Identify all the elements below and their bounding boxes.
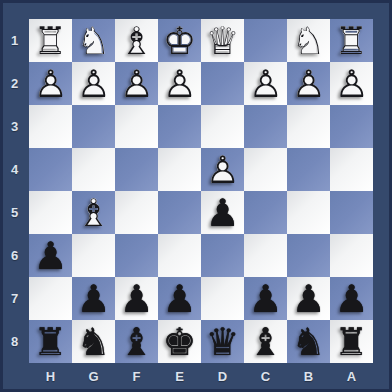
square-a4	[330, 148, 373, 191]
rank-label-3: 3	[0, 105, 29, 148]
square-h2: ♟♙	[29, 62, 72, 105]
file-label-d: D	[201, 363, 244, 392]
white-pawn: ♟♙	[29, 62, 72, 105]
rank-label-5: 5	[0, 191, 29, 234]
square-f1: ♝♗	[115, 19, 158, 62]
square-d1: ♛♕	[201, 19, 244, 62]
black-bishop: ♝	[244, 320, 287, 363]
rank-label-7: 7	[0, 277, 29, 320]
file-label-f: F	[115, 363, 158, 392]
square-b8: ♞	[287, 320, 330, 363]
rank-label-2: 2	[0, 62, 29, 105]
square-e8: ♚	[158, 320, 201, 363]
square-h5	[29, 191, 72, 234]
square-a3	[330, 105, 373, 148]
square-g5: ♝♗	[72, 191, 115, 234]
white-pawn: ♟♙	[287, 62, 330, 105]
square-d6	[201, 234, 244, 277]
file-label-c: C	[244, 363, 287, 392]
white-bishop: ♝♗	[72, 191, 115, 234]
file-label-g: G	[72, 363, 115, 392]
square-d4: ♟♙	[201, 148, 244, 191]
square-g7: ♟	[72, 277, 115, 320]
square-g4	[72, 148, 115, 191]
white-pawn: ♟♙	[72, 62, 115, 105]
white-pawn: ♟♙	[115, 62, 158, 105]
white-knight: ♞♘	[287, 19, 330, 62]
square-e3	[158, 105, 201, 148]
square-b3	[287, 105, 330, 148]
square-c3	[244, 105, 287, 148]
black-pawn: ♟	[115, 277, 158, 320]
square-b1: ♞♘	[287, 19, 330, 62]
file-label-e: E	[158, 363, 201, 392]
square-a1: ♜♖	[330, 19, 373, 62]
white-pawn: ♟♙	[201, 148, 244, 191]
white-knight: ♞♘	[72, 19, 115, 62]
file-label-a: A	[330, 363, 373, 392]
white-bishop: ♝♗	[115, 19, 158, 62]
white-pawn: ♟♙	[330, 62, 373, 105]
square-f6	[115, 234, 158, 277]
square-c8: ♝	[244, 320, 287, 363]
square-g6	[72, 234, 115, 277]
square-c2: ♟♙	[244, 62, 287, 105]
square-e4	[158, 148, 201, 191]
square-a6	[330, 234, 373, 277]
square-d3	[201, 105, 244, 148]
square-c4	[244, 148, 287, 191]
square-a5	[330, 191, 373, 234]
board: ♜♖♞♘♝♗♚♔♛♕♞♘♜♖♟♙♟♙♟♙♟♙♟♙♟♙♟♙♟♙♝♗♟♟♟♟♟♟♟♟…	[29, 19, 373, 363]
square-b6	[287, 234, 330, 277]
rank-label-6: 6	[0, 234, 29, 277]
square-c6	[244, 234, 287, 277]
square-h1: ♜♖	[29, 19, 72, 62]
black-knight: ♞	[287, 320, 330, 363]
square-h3	[29, 105, 72, 148]
black-pawn: ♟	[72, 277, 115, 320]
square-h4	[29, 148, 72, 191]
square-g8: ♞	[72, 320, 115, 363]
black-rook: ♜	[330, 320, 373, 363]
square-h6: ♟	[29, 234, 72, 277]
square-d2	[201, 62, 244, 105]
square-g2: ♟♙	[72, 62, 115, 105]
black-pawn: ♟	[287, 277, 330, 320]
white-pawn: ♟♙	[244, 62, 287, 105]
square-c7: ♟	[244, 277, 287, 320]
black-rook: ♜	[29, 320, 72, 363]
white-pawn: ♟♙	[158, 62, 201, 105]
black-king: ♚	[158, 320, 201, 363]
white-king: ♚♔	[158, 19, 201, 62]
square-e1: ♚♔	[158, 19, 201, 62]
square-e7: ♟	[158, 277, 201, 320]
square-f8: ♝	[115, 320, 158, 363]
square-g1: ♞♘	[72, 19, 115, 62]
square-b4	[287, 148, 330, 191]
white-queen: ♛♕	[201, 19, 244, 62]
file-label-h: H	[29, 363, 72, 392]
rank-label-1: 1	[0, 19, 29, 62]
square-b5	[287, 191, 330, 234]
square-h8: ♜	[29, 320, 72, 363]
square-e5	[158, 191, 201, 234]
black-queen: ♛	[201, 320, 244, 363]
square-f7: ♟	[115, 277, 158, 320]
square-b2: ♟♙	[287, 62, 330, 105]
square-f5	[115, 191, 158, 234]
square-c1	[244, 19, 287, 62]
square-d5: ♟	[201, 191, 244, 234]
black-pawn: ♟	[244, 277, 287, 320]
square-a8: ♜	[330, 320, 373, 363]
black-bishop: ♝	[115, 320, 158, 363]
chess-diagram: ♜♖♞♘♝♗♚♔♛♕♞♘♜♖♟♙♟♙♟♙♟♙♟♙♟♙♟♙♟♙♝♗♟♟♟♟♟♟♟♟…	[0, 0, 392, 392]
white-rook: ♜♖	[330, 19, 373, 62]
square-c5	[244, 191, 287, 234]
rank-label-8: 8	[0, 320, 29, 363]
black-pawn: ♟	[29, 234, 72, 277]
square-e6	[158, 234, 201, 277]
rank-label-4: 4	[0, 148, 29, 191]
square-a2: ♟♙	[330, 62, 373, 105]
black-pawn: ♟	[158, 277, 201, 320]
square-b7: ♟	[287, 277, 330, 320]
square-g3	[72, 105, 115, 148]
black-pawn: ♟	[330, 277, 373, 320]
square-d7	[201, 277, 244, 320]
square-a7: ♟	[330, 277, 373, 320]
square-h7	[29, 277, 72, 320]
square-f3	[115, 105, 158, 148]
black-knight: ♞	[72, 320, 115, 363]
white-rook: ♜♖	[29, 19, 72, 62]
square-e2: ♟♙	[158, 62, 201, 105]
black-pawn: ♟	[201, 191, 244, 234]
file-label-b: B	[287, 363, 330, 392]
square-f4	[115, 148, 158, 191]
square-d8: ♛	[201, 320, 244, 363]
square-f2: ♟♙	[115, 62, 158, 105]
